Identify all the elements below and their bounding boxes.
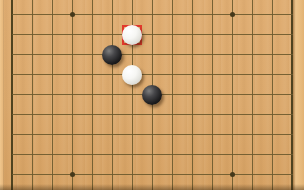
grid-line-row-7 (12, 74, 293, 75)
grid-line-col-12 (232, 0, 233, 190)
grid-line-row-4 (12, 14, 293, 15)
star-point (230, 12, 235, 17)
grid-line-col-2 (32, 0, 33, 190)
grid-line-col-11 (212, 0, 213, 190)
grid-line-col-4 (72, 0, 73, 190)
grid-line-row-6 (12, 54, 293, 55)
star-point (70, 12, 75, 17)
grid-line-row-10 (12, 134, 293, 135)
grid-line-col-13 (252, 0, 253, 190)
grid-line-row-12 (12, 174, 293, 175)
grid-line-col-10 (192, 0, 193, 190)
grid-line-col-5 (92, 0, 93, 190)
grid-line-col-14 (272, 0, 273, 190)
grid-line-col-1 (11, 0, 13, 190)
grid-line-row-11 (12, 154, 293, 155)
grid-line-row-9 (12, 114, 293, 115)
grid-line-col-9 (172, 0, 173, 190)
grid-line-col-6 (112, 0, 113, 190)
gomoku-board[interactable] (0, 0, 304, 190)
grid-line-col-3 (52, 0, 53, 190)
star-point (230, 172, 235, 177)
board-left-bevel (0, 0, 4, 190)
grid-line-row-5 (12, 34, 293, 35)
stone-black-h8 (142, 85, 162, 105)
gomoku-app-screen (0, 0, 304, 190)
star-point (70, 172, 75, 177)
stone-white-g11 (122, 25, 142, 45)
board-right-bevel (293, 0, 304, 190)
stone-black-f10 (102, 45, 122, 65)
stone-white-g9 (122, 65, 142, 85)
